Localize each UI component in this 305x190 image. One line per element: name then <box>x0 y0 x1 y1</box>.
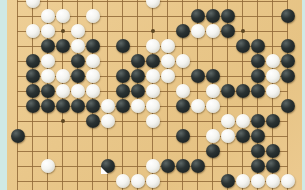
black-stone[interactable] <box>251 39 265 53</box>
white-stone[interactable] <box>266 174 280 188</box>
white-stone[interactable] <box>71 84 85 98</box>
white-stone[interactable] <box>56 84 70 98</box>
black-stone[interactable] <box>71 54 85 68</box>
left-border-strip <box>0 0 7 190</box>
black-stone[interactable] <box>176 24 190 38</box>
white-stone[interactable] <box>266 69 280 83</box>
white-stone[interactable] <box>101 114 115 128</box>
go-board[interactable] <box>7 0 302 190</box>
white-stone[interactable] <box>266 84 280 98</box>
white-stone[interactable] <box>41 9 55 23</box>
black-stone[interactable] <box>146 54 160 68</box>
star-point <box>151 29 155 33</box>
star-point <box>61 119 65 123</box>
white-stone[interactable] <box>161 54 175 68</box>
white-stone[interactable] <box>146 0 160 8</box>
black-stone[interactable] <box>236 39 250 53</box>
black-stone[interactable] <box>41 39 55 53</box>
black-stone[interactable] <box>251 159 265 173</box>
black-stone[interactable] <box>191 69 205 83</box>
black-stone[interactable] <box>266 114 280 128</box>
black-stone[interactable] <box>116 69 130 83</box>
black-stone[interactable] <box>41 99 55 113</box>
black-stone[interactable] <box>281 54 295 68</box>
white-stone[interactable] <box>146 159 160 173</box>
black-stone[interactable] <box>251 84 265 98</box>
white-stone[interactable] <box>206 84 220 98</box>
black-stone[interactable] <box>236 129 250 143</box>
black-stone[interactable] <box>206 9 220 23</box>
black-stone[interactable] <box>191 9 205 23</box>
white-stone[interactable] <box>86 84 100 98</box>
black-stone[interactable] <box>251 114 265 128</box>
black-stone[interactable] <box>281 39 295 53</box>
star-point <box>61 29 65 33</box>
white-stone[interactable] <box>191 24 205 38</box>
black-stone[interactable] <box>56 39 70 53</box>
white-stone[interactable] <box>236 174 250 188</box>
white-stone[interactable] <box>116 174 130 188</box>
white-stone[interactable] <box>146 69 160 83</box>
black-stone[interactable] <box>86 39 100 53</box>
star-point <box>241 29 245 33</box>
black-stone[interactable] <box>86 114 100 128</box>
white-stone[interactable] <box>26 0 40 8</box>
white-stone[interactable] <box>176 54 190 68</box>
grid-line-horizontal <box>17 151 288 152</box>
white-stone[interactable] <box>41 24 55 38</box>
black-stone[interactable] <box>116 84 130 98</box>
white-stone[interactable] <box>86 69 100 83</box>
white-stone[interactable] <box>221 129 235 143</box>
white-stone[interactable] <box>221 114 235 128</box>
white-stone[interactable] <box>26 24 40 38</box>
white-stone[interactable] <box>191 99 205 113</box>
white-stone[interactable] <box>71 24 85 38</box>
black-stone[interactable] <box>41 84 55 98</box>
black-stone[interactable] <box>116 39 130 53</box>
black-stone[interactable] <box>176 159 190 173</box>
black-stone[interactable] <box>221 9 235 23</box>
white-stone[interactable] <box>146 84 160 98</box>
white-stone[interactable] <box>86 9 100 23</box>
black-stone[interactable] <box>191 159 205 173</box>
black-stone[interactable] <box>251 69 265 83</box>
white-stone[interactable] <box>56 69 70 83</box>
white-stone[interactable] <box>281 174 295 188</box>
white-stone[interactable] <box>146 114 160 128</box>
black-stone[interactable] <box>26 99 40 113</box>
black-stone[interactable] <box>251 54 265 68</box>
white-stone[interactable] <box>146 99 160 113</box>
go-app-screen <box>0 0 305 190</box>
black-stone[interactable] <box>266 159 280 173</box>
black-stone[interactable] <box>176 99 190 113</box>
white-stone[interactable] <box>41 69 55 83</box>
black-stone[interactable] <box>161 159 175 173</box>
black-stone[interactable] <box>71 99 85 113</box>
white-stone[interactable] <box>41 54 55 68</box>
black-stone[interactable] <box>221 24 235 38</box>
black-stone[interactable] <box>206 144 220 158</box>
white-stone[interactable] <box>71 39 85 53</box>
white-stone[interactable] <box>86 54 100 68</box>
black-stone[interactable] <box>26 69 40 83</box>
black-stone[interactable] <box>131 54 145 68</box>
black-stone[interactable] <box>221 174 235 188</box>
white-stone[interactable] <box>176 84 190 98</box>
black-stone[interactable] <box>221 84 235 98</box>
white-stone[interactable] <box>161 39 175 53</box>
black-stone[interactable] <box>26 54 40 68</box>
black-stone[interactable] <box>206 69 220 83</box>
black-stone[interactable] <box>176 129 190 143</box>
white-stone[interactable] <box>131 174 145 188</box>
black-stone[interactable] <box>26 84 40 98</box>
white-stone[interactable] <box>161 69 175 83</box>
grid-line-vertical <box>17 0 18 190</box>
black-stone[interactable] <box>86 99 100 113</box>
black-stone[interactable] <box>11 129 25 143</box>
black-stone[interactable] <box>236 84 250 98</box>
white-stone[interactable] <box>236 114 250 128</box>
white-stone[interactable] <box>131 99 145 113</box>
right-border-strip <box>302 0 305 190</box>
black-stone[interactable] <box>116 99 130 113</box>
black-stone[interactable] <box>131 69 145 83</box>
black-stone[interactable] <box>251 129 265 143</box>
black-stone[interactable] <box>56 99 70 113</box>
white-stone[interactable] <box>251 174 265 188</box>
white-stone[interactable] <box>206 129 220 143</box>
black-stone[interactable] <box>101 159 115 173</box>
white-stone[interactable] <box>206 99 220 113</box>
white-stone[interactable] <box>266 54 280 68</box>
black-stone[interactable] <box>251 144 265 158</box>
white-stone[interactable] <box>56 9 70 23</box>
white-stone[interactable] <box>146 174 160 188</box>
grid-line-vertical <box>287 0 288 190</box>
black-stone[interactable] <box>71 69 85 83</box>
last-move-marker <box>101 167 108 174</box>
black-stone[interactable] <box>266 144 280 158</box>
white-stone[interactable] <box>41 159 55 173</box>
black-stone[interactable] <box>281 9 295 23</box>
white-stone[interactable] <box>146 39 160 53</box>
black-stone[interactable] <box>281 99 295 113</box>
black-stone[interactable] <box>131 84 145 98</box>
black-stone[interactable] <box>281 69 295 83</box>
white-stone[interactable] <box>101 99 115 113</box>
white-stone[interactable] <box>206 24 220 38</box>
